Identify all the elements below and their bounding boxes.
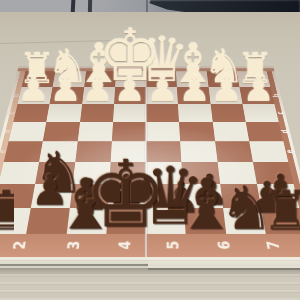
square	[115, 71, 146, 87]
square	[253, 162, 294, 184]
square	[112, 122, 146, 141]
square	[217, 162, 257, 184]
square	[82, 87, 115, 104]
square	[176, 71, 208, 87]
square	[110, 141, 146, 162]
square	[22, 71, 56, 87]
square	[215, 141, 253, 162]
square	[18, 87, 53, 104]
table-grain	[0, 258, 300, 300]
square	[223, 208, 266, 234]
square	[184, 208, 225, 234]
square	[178, 104, 212, 122]
square	[239, 87, 274, 104]
square	[183, 184, 223, 208]
table-back-edge	[0, 39, 150, 44]
board-face: 234567 bbccddee	[0, 66, 300, 257]
square	[146, 208, 186, 234]
edge-letter-label: c	[275, 111, 284, 114]
square	[236, 71, 270, 87]
square	[146, 162, 183, 184]
edge-number-label: 6	[214, 241, 234, 250]
square	[39, 141, 77, 162]
square	[31, 184, 72, 208]
square	[66, 208, 107, 234]
square	[72, 162, 110, 184]
square	[50, 87, 84, 104]
squares-grid	[0, 71, 300, 233]
square	[210, 104, 245, 122]
square	[43, 122, 80, 141]
square	[177, 87, 210, 104]
square	[0, 184, 35, 208]
square	[146, 71, 177, 87]
edge-number-label: 4	[115, 241, 134, 250]
square	[108, 184, 146, 208]
edge-letter-label: b	[270, 94, 279, 97]
edge-number-label: 2	[9, 241, 29, 250]
rank-number-strip: 234567	[0, 234, 300, 257]
edge-letter-label: e	[284, 150, 294, 154]
square	[146, 141, 182, 162]
square	[261, 208, 300, 234]
square	[242, 104, 278, 122]
square	[69, 184, 109, 208]
edge-number-label: 5	[163, 241, 182, 250]
edge-letter-label: c	[7, 111, 16, 114]
square	[26, 208, 69, 234]
square	[180, 141, 217, 162]
square	[220, 184, 261, 208]
chess-board: 234567 bbccddee ♜♞♝♚♛♝♞♜♟♟♟♟♟♟♟♟♟♟♟♟♟♟♟♟…	[0, 66, 300, 257]
square	[206, 71, 239, 87]
edge-number-label: 7	[263, 241, 283, 250]
square	[146, 122, 180, 141]
square	[13, 104, 49, 122]
edge-letter-label: d	[279, 130, 289, 134]
square	[46, 104, 81, 122]
square	[114, 87, 146, 104]
square	[77, 122, 112, 141]
chess-set-photo: 234567 bbccddee ♜♞♝♚♛♝♞♜♟♟♟♟♟♟♟♟♟♟♟♟♟♟♟♟…	[0, 0, 300, 300]
square	[53, 71, 86, 87]
square	[4, 141, 43, 162]
square	[249, 141, 288, 162]
square	[208, 87, 242, 104]
square	[9, 122, 47, 141]
square	[109, 162, 146, 184]
square	[0, 162, 39, 184]
board-fold-seam	[144, 66, 148, 257]
square	[80, 104, 114, 122]
square	[246, 122, 284, 141]
edge-number-label: 3	[63, 241, 83, 250]
square	[75, 141, 112, 162]
square	[182, 162, 220, 184]
square	[84, 71, 116, 87]
square	[146, 184, 184, 208]
square	[212, 122, 249, 141]
square	[113, 104, 146, 122]
edge-letter-label: e	[0, 150, 7, 154]
square	[106, 208, 146, 234]
square	[35, 162, 75, 184]
square	[179, 122, 214, 141]
square	[146, 104, 179, 122]
edge-letter-label: b	[11, 94, 20, 97]
edge-letter-label: d	[2, 130, 12, 134]
square	[257, 184, 300, 208]
square	[146, 87, 178, 104]
